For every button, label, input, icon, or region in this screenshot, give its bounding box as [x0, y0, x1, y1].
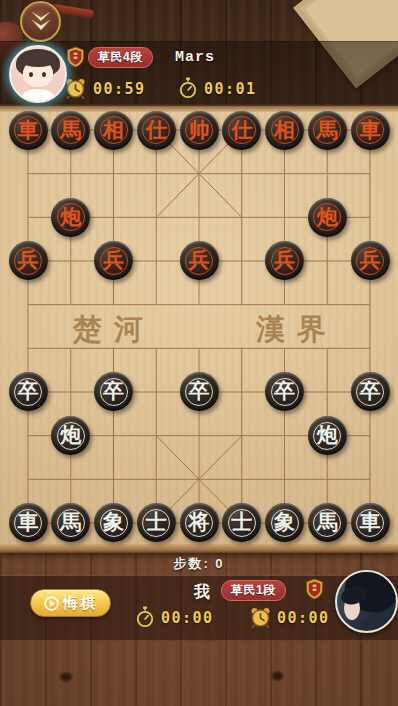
player-avatar[interactable]	[335, 570, 398, 633]
opponent-avatar[interactable]	[9, 45, 67, 103]
piece-character: 帅	[189, 120, 210, 141]
piece-character: 象	[103, 512, 124, 533]
piece-red-兵[interactable]: 兵	[351, 241, 390, 280]
alarm-clock-icon	[65, 78, 86, 99]
undo-button-label: 悔棋	[64, 594, 98, 613]
opponent-total-clock: 00:59	[93, 80, 146, 98]
piece-character: 兵	[18, 250, 39, 271]
river-label-right: 漢界	[222, 310, 372, 350]
play-circle-icon	[44, 596, 59, 611]
back-button[interactable]	[20, 1, 61, 42]
piece-black-卒[interactable]: 卒	[351, 372, 390, 411]
app-window: 草民4段 Mars 00:59 00:01	[0, 0, 398, 706]
piece-red-帅[interactable]: 帅	[180, 111, 219, 150]
piece-character: 卒	[103, 381, 124, 402]
piece-character: 炮	[317, 207, 338, 228]
piece-character: 士	[146, 512, 167, 533]
piece-character: 兵	[360, 250, 381, 271]
rank-shield-icon	[66, 46, 85, 68]
piece-character: 炮	[317, 425, 338, 446]
piece-character: 士	[231, 512, 252, 533]
undo-move-button[interactable]: 悔棋	[30, 589, 111, 617]
wood-knot	[270, 670, 285, 682]
piece-red-相[interactable]: 相	[94, 111, 133, 150]
stopwatch-icon	[135, 606, 155, 628]
stopwatch-icon	[178, 77, 198, 99]
piece-character: 卒	[274, 381, 295, 402]
opponent-name: Mars	[175, 49, 215, 66]
avatar-fringe	[23, 58, 53, 67]
piece-character: 卒	[360, 381, 381, 402]
double-chevron-down-icon	[28, 10, 54, 34]
xiangqi-board[interactable]: 楚河 漢界 車馬相仕帅仕相馬車炮炮兵兵兵兵兵卒卒卒卒卒炮炮車馬象士将士象馬車	[0, 104, 398, 553]
piece-red-兵[interactable]: 兵	[9, 241, 48, 280]
opponent-move-clock: 00:01	[204, 80, 257, 98]
piece-black-卒[interactable]: 卒	[9, 372, 48, 411]
river-label-left: 楚河	[44, 310, 184, 350]
piece-character: 車	[360, 120, 381, 141]
piece-character: 卒	[18, 381, 39, 402]
player-total-clock: 00:00	[277, 609, 330, 627]
piece-black-士[interactable]: 士	[137, 503, 176, 542]
player-move-clock: 00:00	[161, 609, 214, 627]
move-counter-label: 步数:	[173, 556, 209, 571]
piece-character: 馬	[317, 512, 338, 533]
move-counter-value: 0	[215, 556, 224, 571]
piece-black-炮[interactable]: 炮	[308, 416, 347, 455]
player-name: 我	[194, 582, 211, 603]
piece-character: 車	[18, 512, 39, 533]
piece-black-車[interactable]: 車	[9, 503, 48, 542]
piece-black-将[interactable]: 将	[180, 503, 219, 542]
piece-character: 将	[189, 512, 210, 533]
piece-character: 馬	[317, 120, 338, 141]
piece-black-車[interactable]: 車	[351, 503, 390, 542]
piece-character: 相	[274, 120, 295, 141]
piece-red-馬[interactable]: 馬	[308, 111, 347, 150]
piece-character: 相	[103, 120, 124, 141]
piece-character: 馬	[60, 512, 81, 533]
piece-red-炮[interactable]: 炮	[308, 198, 347, 237]
piece-character: 炮	[60, 207, 81, 228]
opponent-rank-badge: 草民4段	[88, 47, 153, 68]
alarm-clock-icon	[250, 607, 271, 628]
piece-character: 仕	[146, 120, 167, 141]
piece-character: 象	[274, 512, 295, 533]
player-rank-badge: 草民1段	[221, 580, 286, 601]
piece-red-仕[interactable]: 仕	[137, 111, 176, 150]
piece-black-馬[interactable]: 馬	[308, 503, 347, 542]
piece-red-車[interactable]: 車	[351, 111, 390, 150]
rank-shield-icon	[305, 578, 324, 600]
piece-character: 車	[18, 120, 39, 141]
piece-red-馬[interactable]: 馬	[51, 111, 90, 150]
piece-character: 炮	[60, 425, 81, 446]
move-counter: 步数: 0	[0, 555, 398, 573]
piece-red-仕[interactable]: 仕	[222, 111, 261, 150]
piece-black-卒[interactable]: 卒	[180, 372, 219, 411]
avatar-eye	[42, 72, 46, 77]
piece-character: 車	[360, 512, 381, 533]
piece-red-車[interactable]: 車	[9, 111, 48, 150]
piece-character: 馬	[60, 120, 81, 141]
piece-character: 兵	[189, 250, 210, 271]
piece-red-相[interactable]: 相	[265, 111, 304, 150]
piece-character: 兵	[274, 250, 295, 271]
wood-knot	[58, 671, 74, 683]
piece-red-兵[interactable]: 兵	[180, 241, 219, 280]
piece-red-炮[interactable]: 炮	[51, 198, 90, 237]
piece-character: 兵	[103, 250, 124, 271]
piece-character: 仕	[231, 120, 252, 141]
piece-character: 卒	[189, 381, 210, 402]
avatar-eye	[29, 72, 33, 77]
